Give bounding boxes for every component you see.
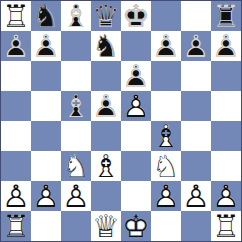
white-pawn-piece: ♟♙ — [1, 181, 31, 211]
square-g4[interactable] — [181, 121, 211, 151]
black-king-piece: ♚♔ — [121, 1, 151, 31]
square-c1[interactable] — [61, 211, 91, 241]
square-a7[interactable]: ♟♙ — [1, 31, 31, 61]
square-b3[interactable] — [31, 151, 61, 181]
square-a2[interactable]: ♟♙ — [1, 181, 31, 211]
square-b4[interactable] — [31, 121, 61, 151]
black-pawn-piece: ♟♙ — [121, 61, 151, 91]
black-knight-piece: ♞♘ — [31, 1, 61, 31]
square-c6[interactable] — [61, 61, 91, 91]
square-e6[interactable]: ♟♙ — [121, 61, 151, 91]
white-pawn-piece: ♟♙ — [181, 181, 211, 211]
white-pawn-piece: ♟♙ — [61, 181, 91, 211]
square-f3[interactable]: ♞♘ — [151, 151, 181, 181]
square-f7[interactable]: ♟♙ — [151, 31, 181, 61]
square-h7[interactable]: ♟♙ — [211, 31, 241, 61]
black-pawn-piece: ♟♙ — [91, 91, 121, 121]
square-d6[interactable] — [91, 61, 121, 91]
square-g2[interactable]: ♟♙ — [181, 181, 211, 211]
square-f1[interactable] — [151, 211, 181, 241]
square-h5[interactable] — [211, 91, 241, 121]
square-e2[interactable] — [121, 181, 151, 211]
square-g6[interactable] — [181, 61, 211, 91]
black-pawn-piece: ♟♙ — [1, 31, 31, 61]
square-d1[interactable]: ♛♕ — [91, 211, 121, 241]
square-c2[interactable]: ♟♙ — [61, 181, 91, 211]
white-rook-piece: ♜♖ — [1, 1, 31, 31]
white-pawn-piece: ♟♙ — [31, 181, 61, 211]
square-f4[interactable]: ♝♗ — [151, 121, 181, 151]
black-pawn-piece: ♟♙ — [211, 31, 241, 61]
black-bishop-piece: ♝♗ — [61, 1, 91, 31]
black-rook-piece: ♜♖ — [211, 1, 241, 31]
white-knight-piece: ♞♘ — [151, 151, 181, 181]
square-b2[interactable]: ♟♙ — [31, 181, 61, 211]
square-d7[interactable]: ♞♘ — [91, 31, 121, 61]
white-rook-piece: ♜♖ — [1, 211, 31, 241]
square-a6[interactable] — [1, 61, 31, 91]
square-f5[interactable] — [151, 91, 181, 121]
square-e8[interactable]: ♚♔ — [121, 1, 151, 31]
square-g1[interactable] — [181, 211, 211, 241]
square-d3[interactable]: ♝♗ — [91, 151, 121, 181]
white-knight-piece: ♞♘ — [61, 151, 91, 181]
square-e1[interactable]: ♚♔ — [121, 211, 151, 241]
square-e7[interactable] — [121, 31, 151, 61]
square-a3[interactable] — [1, 151, 31, 181]
square-a4[interactable] — [1, 121, 31, 151]
white-pawn-piece: ♟♙ — [211, 181, 241, 211]
square-c7[interactable] — [61, 31, 91, 61]
black-knight-piece: ♞♘ — [91, 31, 121, 61]
black-queen-piece: ♛♕ — [91, 1, 121, 31]
square-a5[interactable] — [1, 91, 31, 121]
black-pawn-piece: ♟♙ — [31, 31, 61, 61]
black-pawn-piece: ♟♙ — [151, 31, 181, 61]
square-d5[interactable]: ♟♙ — [91, 91, 121, 121]
white-pawn-piece: ♟♙ — [121, 91, 151, 121]
square-b5[interactable] — [31, 91, 61, 121]
white-bishop-piece: ♝♗ — [151, 121, 181, 151]
square-e4[interactable] — [121, 121, 151, 151]
square-d8[interactable]: ♛♕ — [91, 1, 121, 31]
square-f2[interactable]: ♟♙ — [151, 181, 181, 211]
square-c4[interactable] — [61, 121, 91, 151]
square-g8[interactable] — [181, 1, 211, 31]
square-h3[interactable] — [211, 151, 241, 181]
square-d4[interactable] — [91, 121, 121, 151]
square-h4[interactable] — [211, 121, 241, 151]
square-h1[interactable]: ♜♖ — [211, 211, 241, 241]
square-f8[interactable] — [151, 1, 181, 31]
square-c3[interactable]: ♞♘ — [61, 151, 91, 181]
square-c5[interactable]: ♝♗ — [61, 91, 91, 121]
white-bishop-piece: ♝♗ — [91, 151, 121, 181]
white-rook-piece: ♜♖ — [211, 211, 241, 241]
square-g5[interactable] — [181, 91, 211, 121]
square-b6[interactable] — [31, 61, 61, 91]
square-e5[interactable]: ♟♙ — [121, 91, 151, 121]
square-f6[interactable] — [151, 61, 181, 91]
white-king-piece: ♚♔ — [121, 211, 151, 241]
square-a8[interactable]: ♜♖ — [1, 1, 31, 31]
square-d2[interactable] — [91, 181, 121, 211]
square-e3[interactable] — [121, 151, 151, 181]
square-b8[interactable]: ♞♘ — [31, 1, 61, 31]
white-queen-piece: ♛♕ — [91, 211, 121, 241]
black-pawn-piece: ♟♙ — [181, 31, 211, 61]
square-g3[interactable] — [181, 151, 211, 181]
square-h2[interactable]: ♟♙ — [211, 181, 241, 211]
square-h6[interactable] — [211, 61, 241, 91]
square-c8[interactable]: ♝♗ — [61, 1, 91, 31]
square-h8[interactable]: ♜♖ — [211, 1, 241, 31]
white-pawn-piece: ♟♙ — [151, 181, 181, 211]
black-bishop-piece: ♝♗ — [61, 91, 91, 121]
square-b7[interactable]: ♟♙ — [31, 31, 61, 61]
square-g7[interactable]: ♟♙ — [181, 31, 211, 61]
square-b1[interactable] — [31, 211, 61, 241]
chess-board: ♜♖♞♘♝♗♛♕♚♔♜♖♟♙♟♙♞♘♟♙♟♙♟♙♟♙♝♗♟♙♟♙♝♗♞♘♝♗♞♘… — [0, 0, 242, 242]
square-a1[interactable]: ♜♖ — [1, 211, 31, 241]
